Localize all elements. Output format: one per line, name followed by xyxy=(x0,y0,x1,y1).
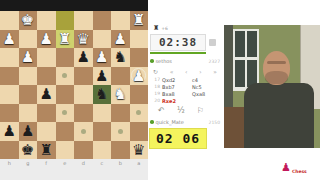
board-square[interactable]: ♚ xyxy=(19,11,38,30)
legal-move-dot[interactable] xyxy=(62,110,67,115)
board-square[interactable] xyxy=(56,67,75,86)
chess-piece-wP[interactable]: ♟ xyxy=(0,30,19,49)
logo-pawn-icon: ♟ xyxy=(281,162,291,174)
board-square[interactable] xyxy=(93,11,112,30)
board-square[interactable]: ♟ xyxy=(93,48,112,67)
chess-piece-wP[interactable]: ♟ xyxy=(93,48,112,67)
board-square[interactable] xyxy=(93,30,112,49)
streamer-torso xyxy=(244,83,314,148)
chess-piece-wP[interactable]: ♟ xyxy=(37,30,56,49)
board-square[interactable] xyxy=(0,11,19,30)
opponent-rating: 2327 xyxy=(209,59,220,64)
move-number: 18 xyxy=(148,84,162,89)
board-square[interactable] xyxy=(56,11,75,30)
online-dot xyxy=(150,120,154,124)
board-square[interactable]: ♞ xyxy=(111,85,130,104)
board-square[interactable] xyxy=(93,104,112,123)
logo-text: Chess xyxy=(292,169,307,174)
white-move[interactable]: Qxd2 xyxy=(162,77,192,83)
chess-piece-bK[interactable]: ♚ xyxy=(19,141,38,160)
board-square[interactable]: ♟ xyxy=(37,85,56,104)
board-square[interactable]: ♟ xyxy=(74,48,93,67)
board-square[interactable] xyxy=(111,104,130,123)
board-square[interactable] xyxy=(93,122,112,141)
board-square[interactable] xyxy=(0,48,19,67)
captured-piece-icon: ♜ xyxy=(153,24,159,32)
player-rating: 2150 xyxy=(209,120,220,125)
board-square[interactable] xyxy=(0,67,19,86)
board-square[interactable] xyxy=(0,104,19,123)
move-row: 20 Rxe2 xyxy=(148,97,224,104)
chess-piece-wR[interactable]: ♜ xyxy=(56,30,75,49)
prev-move-icon[interactable]: ‹ xyxy=(185,68,187,75)
board-square[interactable] xyxy=(74,122,93,141)
black-move[interactable]: Nc5 xyxy=(192,84,222,90)
file-label: d xyxy=(74,160,93,167)
chess-board[interactable]: ♚♜♟♟♜♛♟♟♟♟♞♟♟♟♞♞♟♟♚♜♛ xyxy=(0,11,148,159)
board-square[interactable] xyxy=(130,30,149,49)
move-navigation: ↻ « ‹ › » xyxy=(150,67,220,75)
board-square[interactable]: ♞ xyxy=(111,48,130,67)
material-advantage: +6 xyxy=(161,26,168,31)
board-square[interactable] xyxy=(74,85,93,104)
webcam-video xyxy=(224,25,320,148)
board-square[interactable] xyxy=(19,104,38,123)
top-dark-bar xyxy=(0,0,148,11)
board-square[interactable] xyxy=(0,141,19,160)
chess-piece-bP[interactable]: ♟ xyxy=(93,67,112,86)
file-label: g xyxy=(19,160,38,167)
clock-progress-bar xyxy=(150,52,206,54)
move-number: 20 xyxy=(148,98,162,103)
board-square[interactable]: ♟ xyxy=(130,67,149,86)
chess-piece-bR[interactable]: ♜ xyxy=(37,141,56,160)
resign-flag-icon[interactable]: ⚐ xyxy=(197,106,204,115)
chess-piece-bP[interactable]: ♟ xyxy=(74,48,93,67)
board-square[interactable] xyxy=(74,67,93,86)
chess-piece-bN[interactable]: ♞ xyxy=(111,48,130,67)
board-square[interactable] xyxy=(56,48,75,67)
file-label: e xyxy=(56,160,75,167)
board-square[interactable] xyxy=(111,122,130,141)
board-square[interactable] xyxy=(19,85,38,104)
board-square[interactable]: ♜ xyxy=(37,141,56,160)
move-row: 18 Bxb7 Nc5 xyxy=(148,83,224,90)
board-square[interactable] xyxy=(56,141,75,160)
white-move[interactable]: Bxa8 xyxy=(162,91,192,97)
file-label: a xyxy=(130,160,149,167)
current-move[interactable]: Rxe2 xyxy=(162,98,192,104)
white-move[interactable]: Bxb7 xyxy=(162,84,192,90)
opponent-row: sethos 2327 xyxy=(150,56,220,66)
last-move-icon[interactable]: » xyxy=(213,68,217,75)
file-label: f xyxy=(37,160,56,167)
legal-move-dot[interactable] xyxy=(62,73,67,78)
board-square[interactable] xyxy=(37,48,56,67)
board-square[interactable] xyxy=(37,122,56,141)
board-square[interactable] xyxy=(56,122,75,141)
streamer-stubble xyxy=(265,71,288,84)
board-square[interactable] xyxy=(130,122,149,141)
board-square[interactable] xyxy=(19,67,38,86)
legal-move-dot[interactable] xyxy=(118,129,123,134)
file-coordinates: hgfedcba xyxy=(0,160,148,167)
board-square[interactable]: ♞ xyxy=(93,85,112,104)
chess-piece-wP[interactable]: ♟ xyxy=(111,30,130,49)
board-square[interactable]: ♜ xyxy=(56,30,75,49)
board-square[interactable]: ♟ xyxy=(19,122,38,141)
chess-piece-wR[interactable]: ♜ xyxy=(130,11,149,30)
chess-piece-bP[interactable]: ♟ xyxy=(19,122,38,141)
channel-logo: ♟ Chess xyxy=(281,158,307,177)
window xyxy=(233,29,259,91)
flip-board-icon[interactable]: ↻ xyxy=(153,68,158,75)
first-move-icon[interactable]: « xyxy=(170,68,174,75)
opponent-clock: 02:38 xyxy=(150,34,206,51)
board-square[interactable]: ♟ xyxy=(0,30,19,49)
chess-piece-bP[interactable]: ♟ xyxy=(0,122,19,141)
board-square[interactable] xyxy=(130,85,149,104)
board-square[interactable] xyxy=(130,48,149,67)
streamer-brow xyxy=(267,61,286,64)
chess-piece-wP[interactable]: ♟ xyxy=(19,48,38,67)
board-square[interactable] xyxy=(0,85,19,104)
player-clock-active: 02 06 xyxy=(149,128,207,149)
file-label: h xyxy=(0,160,19,167)
move-list: 17 Qxd2 c4 18 Bxb7 Nc5 19 Bxa8 Qxa8 20 R… xyxy=(148,76,224,104)
legal-move-dot[interactable] xyxy=(136,110,141,115)
board-square[interactable]: ♛ xyxy=(130,141,149,160)
board-square[interactable] xyxy=(37,11,56,30)
move-number: 17 xyxy=(148,77,162,82)
board-square[interactable] xyxy=(74,11,93,30)
chess-piece-bN[interactable]: ♞ xyxy=(93,85,112,104)
black-move[interactable]: c4 xyxy=(192,77,222,83)
chess-piece-bP[interactable]: ♟ xyxy=(37,85,56,104)
draw-offer-icon[interactable]: ½ xyxy=(177,106,185,115)
board-square[interactable]: ♟ xyxy=(111,30,130,49)
chess-piece-wK[interactable]: ♚ xyxy=(19,11,38,30)
board-square[interactable] xyxy=(37,67,56,86)
capture-ring[interactable] xyxy=(131,68,146,83)
game-side-panel: ♜ +6 02:38 sethos 2327 ↻ « ‹ › » 17 Qxd2… xyxy=(148,0,224,180)
move-number: 19 xyxy=(148,91,162,96)
chess-piece-wN[interactable]: ♞ xyxy=(111,85,130,104)
board-square[interactable] xyxy=(93,141,112,160)
board-square[interactable]: ♚ xyxy=(19,141,38,160)
board-square[interactable] xyxy=(111,67,130,86)
move-row: 17 Qxd2 c4 xyxy=(148,76,224,83)
board-square[interactable]: ♛ xyxy=(74,30,93,49)
board-square[interactable] xyxy=(130,104,149,123)
black-move[interactable]: Qxa8 xyxy=(192,91,222,97)
takeback-icon[interactable]: ↶ xyxy=(158,106,165,115)
move-row: 19 Bxa8 Qxa8 xyxy=(148,90,224,97)
board-square[interactable]: ♜ xyxy=(130,11,149,30)
opponent-name[interactable]: sethos xyxy=(156,58,172,64)
next-move-icon[interactable]: › xyxy=(199,68,201,75)
board-square[interactable] xyxy=(56,85,75,104)
online-dot xyxy=(150,59,154,63)
player-name[interactable]: quick_Mate xyxy=(156,119,184,125)
clock-settings-icon[interactable] xyxy=(209,39,216,46)
player-row: quick_Mate 2150 xyxy=(150,117,220,127)
stream-frame: ♚♜♟♟♜♛♟♟♟♟♞♟♟♟♞♞♟♟♚♜♛ hgfedcba ♜ +6 02:3… xyxy=(0,0,320,180)
file-label: b xyxy=(111,160,130,167)
board-square[interactable] xyxy=(19,30,38,49)
chess-piece-bQ[interactable]: ♛ xyxy=(130,141,149,160)
file-label: c xyxy=(93,160,112,167)
board-square[interactable]: ♟ xyxy=(19,48,38,67)
board-square[interactable] xyxy=(56,104,75,123)
board-square[interactable] xyxy=(111,141,130,160)
game-actions: ↶ ½ ⚐ xyxy=(150,104,212,116)
board-square[interactable]: ♟ xyxy=(37,30,56,49)
board-square[interactable] xyxy=(37,104,56,123)
chess-piece-wQ[interactable]: ♛ xyxy=(74,30,93,49)
legal-move-dot[interactable] xyxy=(81,129,86,134)
board-square[interactable] xyxy=(74,104,93,123)
board-square[interactable] xyxy=(111,11,130,30)
board-square[interactable]: ♟ xyxy=(0,122,19,141)
material-row: ♜ +6 xyxy=(153,24,168,32)
board-square[interactable] xyxy=(74,141,93,160)
board-square[interactable]: ♟ xyxy=(93,67,112,86)
